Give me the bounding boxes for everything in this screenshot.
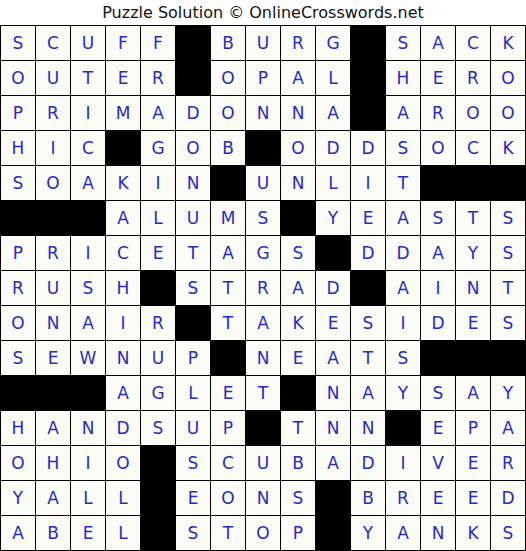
letter-cell: S	[386, 131, 421, 166]
letter-cell: S	[281, 481, 316, 516]
letter-cell: I	[386, 446, 421, 481]
letter-cell: S	[281, 236, 316, 271]
letter-cell: M	[106, 96, 141, 131]
letter-cell: I	[386, 306, 421, 341]
letter-cell: A	[71, 166, 106, 201]
letter-cell: A	[386, 201, 421, 236]
letter-cell: A	[386, 516, 421, 551]
letter-cell: A	[351, 376, 386, 411]
block-cell	[246, 131, 281, 166]
letter-cell: I	[71, 446, 106, 481]
letter-cell: A	[106, 201, 141, 236]
letter-cell: T	[491, 271, 526, 306]
letter-cell: D	[491, 481, 526, 516]
letter-cell: K	[491, 26, 526, 61]
letter-cell: O	[176, 131, 211, 166]
letter-cell: S	[421, 201, 456, 236]
letter-cell: N	[456, 271, 491, 306]
letter-cell: S	[491, 201, 526, 236]
block-cell	[141, 481, 176, 516]
letter-cell: E	[456, 481, 491, 516]
letter-cell: C	[456, 131, 491, 166]
letter-cell: A	[281, 61, 316, 96]
letter-cell: O	[281, 131, 316, 166]
letter-cell: R	[491, 446, 526, 481]
letter-cell: E	[36, 341, 71, 376]
letter-cell: D	[351, 446, 386, 481]
letter-cell: C	[106, 236, 141, 271]
letter-cell: P	[1, 96, 36, 131]
letter-cell: A	[106, 376, 141, 411]
letter-cell: Y	[386, 376, 421, 411]
letter-cell: V	[421, 446, 456, 481]
letter-cell: T	[211, 271, 246, 306]
letter-cell: U	[71, 26, 106, 61]
letter-cell: S	[176, 516, 211, 551]
block-cell	[141, 271, 176, 306]
letter-cell: T	[456, 201, 491, 236]
block-cell	[1, 201, 36, 236]
letter-cell: U	[176, 201, 211, 236]
letter-cell: W	[71, 341, 106, 376]
letter-cell: R	[456, 61, 491, 96]
letter-cell: O	[1, 306, 36, 341]
letter-cell: R	[36, 236, 71, 271]
letter-cell: L	[316, 166, 351, 201]
letter-cell: N	[106, 341, 141, 376]
block-cell	[141, 516, 176, 551]
letter-cell: H	[106, 271, 141, 306]
block-cell	[281, 376, 316, 411]
letter-cell: H	[1, 131, 36, 166]
letter-cell: S	[351, 306, 386, 341]
letter-cell: S	[491, 516, 526, 551]
letter-cell: O	[36, 166, 71, 201]
letter-cell: B	[281, 446, 316, 481]
letter-cell: L	[141, 201, 176, 236]
letter-cell: B	[211, 131, 246, 166]
letter-cell: T	[211, 306, 246, 341]
letter-cell: F	[106, 26, 141, 61]
letter-cell: O	[211, 61, 246, 96]
letter-cell: E	[211, 376, 246, 411]
letter-cell: O	[1, 61, 36, 96]
block-cell	[1, 376, 36, 411]
letter-cell: I	[36, 131, 71, 166]
letter-cell: E	[456, 306, 491, 341]
block-cell	[316, 481, 351, 516]
letter-cell: C	[211, 446, 246, 481]
letter-cell: A	[421, 26, 456, 61]
letter-cell: A	[281, 271, 316, 306]
letter-cell: I	[71, 96, 106, 131]
block-cell	[71, 201, 106, 236]
letter-cell: R	[246, 271, 281, 306]
block-cell	[351, 61, 386, 96]
crossword-grid: SCUFFBURGSACKOUTEROPALHEROPRIMADONNAAROO…	[0, 25, 526, 551]
letter-cell: S	[176, 446, 211, 481]
letter-cell: N	[36, 306, 71, 341]
letter-cell: N	[246, 341, 281, 376]
letter-cell: U	[141, 341, 176, 376]
letter-cell: P	[211, 411, 246, 446]
letter-cell: A	[1, 516, 36, 551]
block-cell	[421, 166, 456, 201]
letter-cell: P	[246, 61, 281, 96]
letter-cell: I	[421, 271, 456, 306]
letter-cell: E	[71, 516, 106, 551]
letter-cell: L	[71, 481, 106, 516]
letter-cell: A	[456, 376, 491, 411]
letter-cell: E	[176, 481, 211, 516]
letter-cell: E	[456, 446, 491, 481]
letter-cell: A	[36, 481, 71, 516]
letter-cell: S	[386, 26, 421, 61]
letter-cell: S	[246, 201, 281, 236]
letter-cell: S	[176, 271, 211, 306]
letter-cell: R	[1, 271, 36, 306]
letter-cell: E	[106, 61, 141, 96]
letter-cell: I	[106, 306, 141, 341]
block-cell	[316, 516, 351, 551]
letter-cell: B	[36, 516, 71, 551]
block-cell	[176, 61, 211, 96]
letter-cell: B	[351, 481, 386, 516]
letter-cell: P	[1, 236, 36, 271]
letter-cell: D	[421, 306, 456, 341]
page-title: Puzzle Solution © OnlineCrosswords.net	[0, 0, 526, 25]
block-cell	[386, 411, 421, 446]
letter-cell: K	[456, 516, 491, 551]
letter-cell: I	[71, 236, 106, 271]
letter-cell: Y	[316, 201, 351, 236]
letter-cell: O	[421, 131, 456, 166]
letter-cell: S	[1, 166, 36, 201]
letter-cell: A	[316, 446, 351, 481]
letter-cell: T	[176, 236, 211, 271]
letter-cell: E	[141, 236, 176, 271]
letter-cell: T	[281, 411, 316, 446]
letter-cell: R	[421, 96, 456, 131]
letter-cell: G	[246, 236, 281, 271]
letter-cell: K	[106, 166, 141, 201]
letter-cell: G	[316, 26, 351, 61]
letter-cell: E	[316, 306, 351, 341]
letter-cell: C	[71, 131, 106, 166]
letter-cell: H	[36, 446, 71, 481]
letter-cell: N	[421, 516, 456, 551]
letter-cell: R	[141, 61, 176, 96]
letter-cell: F	[141, 26, 176, 61]
letter-cell: O	[491, 61, 526, 96]
block-cell	[456, 341, 491, 376]
letter-cell: E	[421, 411, 456, 446]
letter-cell: D	[351, 236, 386, 271]
block-cell	[351, 96, 386, 131]
block-cell	[491, 166, 526, 201]
letter-cell: D	[106, 411, 141, 446]
block-cell	[246, 411, 281, 446]
letter-cell: T	[386, 166, 421, 201]
letter-cell: A	[386, 271, 421, 306]
letter-cell: A	[491, 411, 526, 446]
letter-cell: U	[36, 61, 71, 96]
letter-cell: K	[491, 131, 526, 166]
letter-cell: T	[351, 341, 386, 376]
letter-cell: S	[141, 411, 176, 446]
letter-cell: Y	[456, 236, 491, 271]
letter-cell: K	[281, 306, 316, 341]
block-cell	[211, 166, 246, 201]
letter-cell: D	[176, 96, 211, 131]
letter-cell: N	[71, 411, 106, 446]
letter-cell: R	[36, 96, 71, 131]
block-cell	[316, 236, 351, 271]
letter-cell: C	[456, 26, 491, 61]
letter-cell: Y	[491, 376, 526, 411]
letter-cell: U	[246, 26, 281, 61]
letter-cell: L	[106, 516, 141, 551]
letter-cell: T	[71, 61, 106, 96]
letter-cell: A	[141, 96, 176, 131]
letter-cell: B	[211, 26, 246, 61]
block-cell	[281, 201, 316, 236]
letter-cell: D	[386, 236, 421, 271]
block-cell	[36, 201, 71, 236]
letter-cell: O	[106, 446, 141, 481]
letter-cell: N	[176, 166, 211, 201]
letter-cell: S	[491, 236, 526, 271]
block-cell	[36, 376, 71, 411]
block-cell	[491, 341, 526, 376]
letter-cell: C	[36, 26, 71, 61]
letter-cell: E	[421, 481, 456, 516]
letter-cell: N	[351, 411, 386, 446]
letter-cell: L	[106, 481, 141, 516]
letter-cell: H	[1, 411, 36, 446]
letter-cell: D	[351, 131, 386, 166]
letter-cell: P	[176, 341, 211, 376]
letter-cell: D	[316, 131, 351, 166]
letter-cell: A	[71, 306, 106, 341]
letter-cell: U	[176, 411, 211, 446]
letter-cell: N	[281, 96, 316, 131]
letter-cell: A	[211, 236, 246, 271]
letter-cell: L	[316, 61, 351, 96]
letter-cell: O	[211, 96, 246, 131]
letter-cell: S	[71, 271, 106, 306]
letter-cell: Y	[1, 481, 36, 516]
letter-cell: A	[421, 236, 456, 271]
letter-cell: S	[421, 376, 456, 411]
letter-cell: N	[281, 166, 316, 201]
block-cell	[176, 26, 211, 61]
letter-cell: E	[421, 61, 456, 96]
letter-cell: Y	[351, 516, 386, 551]
letter-cell: A	[36, 411, 71, 446]
letter-cell: U	[246, 446, 281, 481]
letter-cell: S	[1, 26, 36, 61]
letter-cell: T	[211, 516, 246, 551]
block-cell	[211, 341, 246, 376]
letter-cell: P	[456, 411, 491, 446]
letter-cell: A	[246, 306, 281, 341]
letter-cell: O	[456, 96, 491, 131]
letter-cell: G	[141, 131, 176, 166]
letter-cell: A	[386, 96, 421, 131]
letter-cell: O	[491, 96, 526, 131]
letter-cell: S	[1, 341, 36, 376]
block-cell	[456, 166, 491, 201]
letter-cell: M	[211, 201, 246, 236]
page: Puzzle Solution © OnlineCrosswords.net S…	[0, 0, 526, 551]
letter-cell: L	[176, 376, 211, 411]
letter-cell: N	[316, 376, 351, 411]
block-cell	[351, 26, 386, 61]
letter-cell: S	[491, 306, 526, 341]
letter-cell: U	[36, 271, 71, 306]
letter-cell: R	[141, 306, 176, 341]
letter-cell: A	[316, 341, 351, 376]
letter-cell: N	[246, 96, 281, 131]
letter-cell: H	[386, 61, 421, 96]
letter-cell: E	[281, 341, 316, 376]
letter-cell: R	[281, 26, 316, 61]
block-cell	[351, 271, 386, 306]
block-cell	[106, 131, 141, 166]
letter-cell: I	[351, 166, 386, 201]
letter-cell: I	[141, 166, 176, 201]
letter-cell: N	[246, 481, 281, 516]
letter-cell: U	[246, 166, 281, 201]
letter-cell: S	[386, 341, 421, 376]
letter-cell: A	[316, 96, 351, 131]
letter-cell: D	[316, 271, 351, 306]
block-cell	[71, 376, 106, 411]
letter-cell: O	[1, 446, 36, 481]
letter-cell: O	[246, 516, 281, 551]
letter-cell: T	[246, 376, 281, 411]
letter-cell: G	[141, 376, 176, 411]
letter-cell: N	[316, 411, 351, 446]
block-cell	[421, 341, 456, 376]
block-cell	[141, 446, 176, 481]
letter-cell: R	[386, 481, 421, 516]
letter-cell: O	[211, 481, 246, 516]
letter-cell: P	[281, 516, 316, 551]
letter-cell: E	[351, 201, 386, 236]
block-cell	[176, 306, 211, 341]
